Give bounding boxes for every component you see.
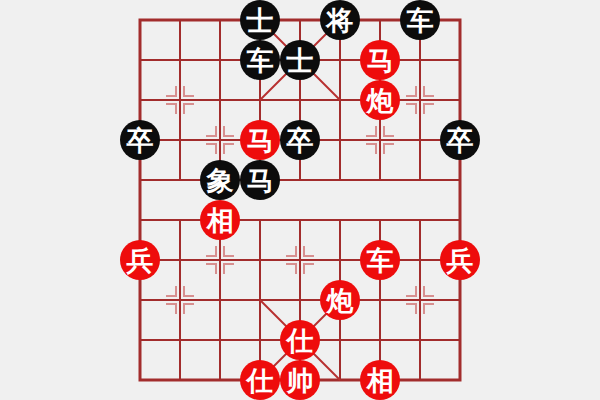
xiangqi-screen: 士将车车士马炮卒马卒卒象马相兵车兵炮仕仕帅相 bbox=[0, 0, 600, 400]
black-soldier[interactable]: 卒 bbox=[120, 120, 160, 160]
red-horse[interactable]: 马 bbox=[240, 120, 280, 160]
red-advisor[interactable]: 仕 bbox=[240, 360, 280, 400]
red-advisor[interactable]: 仕 bbox=[280, 320, 320, 360]
black-elephant[interactable]: 象 bbox=[200, 160, 240, 200]
black-soldier[interactable]: 卒 bbox=[440, 120, 480, 160]
red-general[interactable]: 帅 bbox=[280, 360, 320, 400]
red-horse[interactable]: 马 bbox=[360, 40, 400, 80]
red-soldier[interactable]: 兵 bbox=[120, 240, 160, 280]
xiangqi-board[interactable]: 士将车车士马炮卒马卒卒象马相兵车兵炮仕仕帅相 bbox=[120, 0, 480, 400]
red-elephant[interactable]: 相 bbox=[360, 360, 400, 400]
red-elephant[interactable]: 相 bbox=[200, 200, 240, 240]
black-chariot[interactable]: 车 bbox=[400, 0, 440, 40]
red-cannon[interactable]: 炮 bbox=[320, 280, 360, 320]
black-advisor[interactable]: 士 bbox=[280, 40, 320, 80]
black-advisor[interactable]: 士 bbox=[240, 0, 280, 40]
red-soldier[interactable]: 兵 bbox=[440, 240, 480, 280]
black-general[interactable]: 将 bbox=[320, 0, 360, 40]
black-chariot[interactable]: 车 bbox=[240, 40, 280, 80]
black-horse[interactable]: 马 bbox=[240, 160, 280, 200]
red-cannon[interactable]: 炮 bbox=[360, 80, 400, 120]
red-chariot[interactable]: 车 bbox=[360, 240, 400, 280]
black-soldier[interactable]: 卒 bbox=[280, 120, 320, 160]
